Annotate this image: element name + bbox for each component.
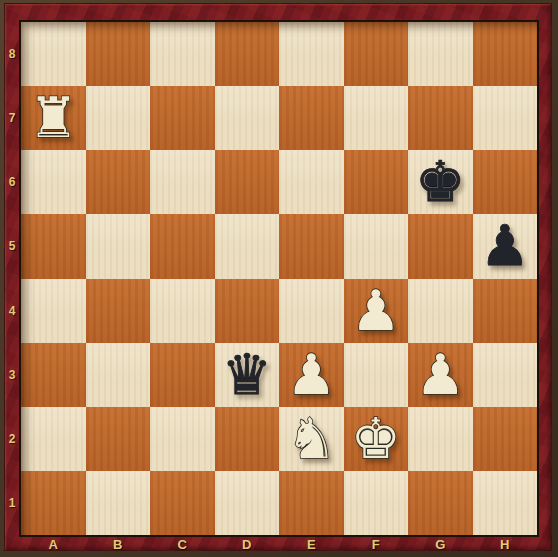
square-a4[interactable] [21,279,86,343]
file-label-f: F [344,536,409,552]
file-label-e: E [279,536,344,552]
square-e7[interactable] [279,86,344,150]
square-h5[interactable]: ♟ [473,214,538,278]
chess-board: ♜♚♟♟♛♟♟♞♚ [21,22,537,535]
square-d7[interactable] [215,86,280,150]
piece-white-pawn[interactable]: ♟ [286,347,336,403]
piece-white-king[interactable]: ♚ [351,411,401,467]
square-b6[interactable] [86,150,151,214]
rank-label-4: 4 [4,279,20,343]
square-e8[interactable] [279,22,344,86]
square-a3[interactable] [21,343,86,407]
piece-white-knight[interactable]: ♞ [286,411,336,467]
piece-black-king[interactable]: ♚ [415,154,465,210]
square-f5[interactable] [344,214,409,278]
square-b5[interactable] [86,214,151,278]
file-label-g: G [408,536,473,552]
square-f8[interactable] [344,22,409,86]
rank-label-1: 1 [4,471,20,535]
square-e4[interactable] [279,279,344,343]
square-h6[interactable] [473,150,538,214]
file-label-c: C [150,536,215,552]
square-a1[interactable] [21,471,86,535]
square-c2[interactable] [150,407,215,471]
square-a8[interactable] [21,22,86,86]
square-a7[interactable]: ♜ [21,86,86,150]
square-e5[interactable] [279,214,344,278]
outer-wood-frame: 87654321 ♜♚♟♟♛♟♟♞♚ ABCDEFGH [0,0,558,557]
rank-label-2: 2 [4,407,20,471]
square-b4[interactable] [86,279,151,343]
square-g8[interactable] [408,22,473,86]
square-g2[interactable] [408,407,473,471]
square-c7[interactable] [150,86,215,150]
square-b3[interactable] [86,343,151,407]
square-g4[interactable] [408,279,473,343]
file-label-d: D [215,536,280,552]
square-f3[interactable] [344,343,409,407]
square-b1[interactable] [86,471,151,535]
square-h1[interactable] [473,471,538,535]
square-c1[interactable] [150,471,215,535]
square-d2[interactable] [215,407,280,471]
square-h4[interactable] [473,279,538,343]
square-b8[interactable] [86,22,151,86]
square-c8[interactable] [150,22,215,86]
square-f6[interactable] [344,150,409,214]
square-g1[interactable] [408,471,473,535]
square-d3[interactable]: ♛ [215,343,280,407]
square-e2[interactable]: ♞ [279,407,344,471]
square-b2[interactable] [86,407,151,471]
square-g3[interactable]: ♟ [408,343,473,407]
square-g6[interactable]: ♚ [408,150,473,214]
square-c3[interactable] [150,343,215,407]
square-d6[interactable] [215,150,280,214]
square-d4[interactable] [215,279,280,343]
square-d5[interactable] [215,214,280,278]
square-g5[interactable] [408,214,473,278]
square-f1[interactable] [344,471,409,535]
square-f2[interactable]: ♚ [344,407,409,471]
piece-black-pawn[interactable]: ♟ [480,218,530,274]
rank-label-3: 3 [4,343,20,407]
square-f7[interactable] [344,86,409,150]
file-label-h: H [473,536,538,552]
square-a5[interactable] [21,214,86,278]
rank-labels: 87654321 [4,22,20,535]
piece-white-pawn[interactable]: ♟ [415,347,465,403]
rank-label-6: 6 [4,150,20,214]
rank-label-5: 5 [4,214,20,278]
square-a2[interactable] [21,407,86,471]
square-h3[interactable] [473,343,538,407]
file-label-b: B [86,536,151,552]
piece-black-queen[interactable]: ♛ [222,347,272,403]
square-d8[interactable] [215,22,280,86]
square-b7[interactable] [86,86,151,150]
square-c4[interactable] [150,279,215,343]
file-labels: ABCDEFGH [21,536,537,552]
square-e3[interactable]: ♟ [279,343,344,407]
square-h8[interactable] [473,22,538,86]
rank-label-7: 7 [4,86,20,150]
piece-white-rook[interactable]: ♜ [28,90,78,146]
square-e1[interactable] [279,471,344,535]
square-c6[interactable] [150,150,215,214]
square-c5[interactable] [150,214,215,278]
square-a6[interactable] [21,150,86,214]
square-f4[interactable]: ♟ [344,279,409,343]
square-d1[interactable] [215,471,280,535]
file-label-a: A [21,536,86,552]
square-h2[interactable] [473,407,538,471]
piece-white-pawn[interactable]: ♟ [351,283,401,339]
square-e6[interactable] [279,150,344,214]
board-outline: ♜♚♟♟♛♟♟♞♚ [19,20,539,537]
square-h7[interactable] [473,86,538,150]
rank-label-8: 8 [4,22,20,86]
square-g7[interactable] [408,86,473,150]
